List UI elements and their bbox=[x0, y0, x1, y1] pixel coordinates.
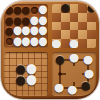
checkers-square bbox=[61, 13, 70, 22]
white-piece: ● bbox=[69, 38, 79, 48]
tray-hole: ● bbox=[14, 17, 21, 24]
dark-stone: ● bbox=[5, 15, 14, 25]
tray-cell: ● bbox=[30, 16, 38, 27]
checkers-square bbox=[78, 22, 87, 31]
checkers-board: ●●●● bbox=[52, 4, 96, 48]
tray-hole: ● bbox=[6, 7, 13, 14]
white-stone: ● bbox=[38, 26, 47, 36]
checkers-square bbox=[61, 22, 70, 31]
tray-hole: ● bbox=[22, 28, 29, 35]
checkers-square bbox=[87, 39, 96, 48]
white-stone: ● bbox=[30, 36, 39, 46]
tray-cell: ● bbox=[22, 26, 30, 37]
black-stone: ● bbox=[15, 62, 25, 74]
white-stone: ● bbox=[13, 36, 22, 46]
go-point: ● bbox=[26, 74, 37, 85]
checkers-square: ● bbox=[87, 4, 96, 13]
checkers-square: ● bbox=[70, 39, 79, 48]
go-point: ● bbox=[15, 63, 26, 74]
tray-cell: ● bbox=[22, 16, 30, 27]
tray-hole: ● bbox=[6, 28, 13, 35]
tray-hole bbox=[6, 38, 13, 45]
tray-cell: ● bbox=[5, 26, 13, 37]
tray-hole: ● bbox=[39, 17, 46, 24]
tray-cell: ● bbox=[39, 37, 47, 48]
go-cluster: ●●●● bbox=[15, 63, 37, 85]
go-point: ● bbox=[26, 63, 37, 74]
tray-hole: ● bbox=[22, 17, 29, 24]
white-stone: ● bbox=[30, 26, 39, 36]
tray-hole: ● bbox=[31, 38, 38, 45]
tray-hole: ● bbox=[31, 28, 38, 35]
tray-hole: ● bbox=[14, 38, 21, 45]
checkers-square bbox=[78, 30, 87, 39]
dark-stone: ● bbox=[5, 26, 14, 36]
tray-hole: ● bbox=[31, 17, 38, 24]
go-point: ● bbox=[15, 74, 26, 85]
tray-cell bbox=[5, 37, 13, 48]
tray-hole: ● bbox=[22, 38, 29, 45]
checkers-square bbox=[87, 30, 96, 39]
tray-hole bbox=[31, 7, 38, 14]
tray-cell: ● bbox=[39, 26, 47, 37]
black-stone: ● bbox=[15, 73, 25, 85]
tray-cell: ● bbox=[39, 5, 47, 16]
morris-lines-graphic bbox=[52, 52, 96, 96]
board-grid: ●●●●●●●●●●●●●●●●●● ●●●● ●●●● ●●●●●●● bbox=[4, 4, 96, 96]
tray-hole: ● bbox=[39, 7, 46, 14]
white-stone: ● bbox=[26, 62, 36, 74]
checkers-square bbox=[87, 13, 96, 22]
checkers-square bbox=[78, 13, 87, 22]
checkers-square bbox=[87, 22, 96, 31]
checkers-square bbox=[78, 39, 87, 48]
checkers-square bbox=[61, 30, 70, 39]
white-stone: ● bbox=[22, 26, 31, 36]
dark-stone: ● bbox=[5, 5, 14, 15]
checkers-square bbox=[70, 4, 79, 13]
morris-board: ●●●●●●● bbox=[52, 52, 96, 96]
app-icon[interactable]: ●●●●●●●●●●●●●●●●●● ●●●● ●●●● ●●●●●●● bbox=[1, 1, 99, 99]
tray-cell: ● bbox=[13, 16, 21, 27]
checkers-square bbox=[52, 22, 61, 31]
checkers-square bbox=[78, 4, 87, 13]
tray-cell: ● bbox=[30, 37, 38, 48]
marble-tray-board: ●●●●●●●●●●●●●●●●●● bbox=[4, 4, 48, 48]
white-stone: ● bbox=[38, 15, 47, 25]
dark-stone: ● bbox=[22, 15, 31, 25]
go-board: ●●●● bbox=[4, 52, 48, 96]
tray-hole: ● bbox=[39, 28, 46, 35]
tray-hole: ● bbox=[14, 7, 21, 14]
white-stone: ● bbox=[22, 36, 31, 46]
checkers-square bbox=[70, 22, 79, 31]
checkers-square bbox=[70, 13, 79, 22]
dark-stone: ● bbox=[13, 5, 22, 15]
tray-cell: ● bbox=[39, 16, 47, 27]
white-stone: ● bbox=[38, 5, 47, 15]
checkers-square bbox=[70, 30, 79, 39]
checkers-square bbox=[61, 39, 70, 48]
tray-cell: ● bbox=[13, 26, 21, 37]
tray-cell: ● bbox=[30, 26, 38, 37]
tray-hole: ● bbox=[6, 17, 13, 24]
tray-cell: ● bbox=[13, 5, 21, 16]
white-stone: ● bbox=[38, 36, 47, 46]
dark-stone: ● bbox=[13, 15, 22, 25]
checkers-square: ● bbox=[52, 39, 61, 48]
checkers-square: ● bbox=[61, 4, 70, 13]
tray-cell bbox=[30, 5, 38, 16]
tray-hole: ● bbox=[22, 7, 29, 14]
white-stone: ● bbox=[26, 73, 36, 85]
checkers-square bbox=[52, 30, 61, 39]
checkers-square bbox=[52, 4, 61, 13]
white-stone: ● bbox=[13, 26, 22, 36]
tray-cell: ● bbox=[13, 37, 21, 48]
tray-cell: ● bbox=[5, 5, 13, 16]
checkers-square bbox=[52, 13, 61, 22]
white-stone: ● bbox=[30, 15, 39, 25]
tray-cell: ● bbox=[22, 37, 30, 48]
tray-cell: ● bbox=[5, 16, 13, 27]
tray-hole: ● bbox=[39, 38, 46, 45]
dark-stone: ● bbox=[22, 5, 31, 15]
tray-cell: ● bbox=[22, 5, 30, 16]
tray-hole: ● bbox=[14, 28, 21, 35]
